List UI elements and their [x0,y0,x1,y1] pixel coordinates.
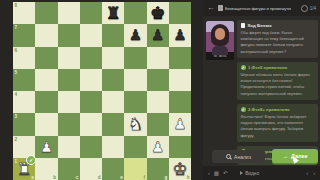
square-c7[interactable] [58,24,80,46]
file-label-f: f [143,175,145,180]
square-b8[interactable] [35,2,57,24]
square-d4[interactable] [80,91,102,113]
white-pawn-b2[interactable]: ♟ [35,136,57,158]
square-g4[interactable] [147,91,169,113]
square-f3[interactable]: ♞ [124,113,146,135]
square-d2[interactable] [80,136,102,158]
avatar-shirt [212,46,228,55]
undo-icon[interactable]: ↶ [223,170,228,176]
lesson-header: ← Беззащитные фигуры и промежуточный ход… [203,0,320,16]
square-e4[interactable] [102,91,124,113]
square-e8[interactable]: ♜ [102,2,124,24]
lesson-sidebar: ← Беззащитные фигуры и промежуточный ход… [203,0,320,180]
square-f4[interactable] [124,91,146,113]
square-f6[interactable] [124,47,146,69]
square-e2[interactable] [102,136,124,158]
rank-label-8: 8 [15,3,18,8]
progress-ring-icon [301,5,308,12]
square-e7[interactable] [102,24,124,46]
square-b3[interactable] [35,113,57,135]
square-g6[interactable] [147,47,169,69]
square-a4[interactable]: 4 [13,91,35,113]
square-g7[interactable]: ♟ [147,24,169,46]
square-d5[interactable] [80,69,102,91]
square-c3[interactable] [58,113,80,135]
bottom-toolbar: ‹ ▦ ↶ Видео ‹ › [203,166,320,180]
square-b6[interactable] [35,47,57,69]
rank-label-3: 3 [15,114,18,119]
black-rook-e8[interactable]: ♜ [102,2,124,24]
square-e3[interactable] [102,113,124,135]
rank-label-7: 7 [15,25,18,30]
video-label: Видео [245,171,259,176]
square-c2[interactable] [58,136,80,158]
feedback-card-2: ✓ 2.Фxe8+ правильно Фантастика! Ферзь бе… [237,104,318,142]
square-h4[interactable] [169,91,191,113]
square-d7[interactable] [80,24,102,46]
black-pawn-g7[interactable]: ♟ [147,24,169,46]
correct-move-2: 2.Фxe8+ правильно [248,107,290,112]
square-f1[interactable]: f [124,158,146,180]
lesson-messages: Ход Белых Оба ферзя под боем. Какая комб… [237,20,318,169]
square-g3[interactable] [147,113,169,135]
square-b1[interactable]: b [35,158,57,180]
square-b5[interactable] [35,69,57,91]
white-knight-f3[interactable]: ♞ [124,113,146,135]
square-a8[interactable]: 8 [13,2,35,24]
black-pawn-f7[interactable]: ♟ [124,24,146,46]
square-c5[interactable] [58,69,80,91]
file-label-d: d [98,175,101,180]
back-icon[interactable]: ← [207,4,215,12]
check-icon: ✓ [241,65,246,70]
correct-move-badge: ✓ [26,155,36,165]
black-pawn-h7[interactable]: ♟ [169,24,191,46]
square-f8[interactable] [124,2,146,24]
square-e1[interactable]: e [102,158,124,180]
square-e6[interactable] [102,47,124,69]
square-g1[interactable]: g [147,158,169,180]
analysis-button[interactable]: Анализ [212,150,265,163]
board-layout-icon[interactable]: ▦ [214,170,219,176]
square-g5[interactable] [147,69,169,91]
black-king-g8[interactable]: ♚ [147,2,169,24]
square-e5[interactable] [102,69,124,91]
square-d1[interactable]: d [80,158,102,180]
correct-move-1: 1.Фxe5 правильно [248,65,287,70]
square-c6[interactable] [58,47,80,69]
chess-board[interactable]: 8♜♚7♟♟♟6543♞♟2♟♟1a♜✓bcdefgh♚ [13,2,191,180]
play-icon [240,171,243,175]
collapse-icon[interactable]: ‹ [208,170,210,176]
square-g2[interactable]: ♟ [147,136,169,158]
feedback-card-1: ✓ 1.Фxe5 правильно Чёрные обязаны взять … [237,62,318,100]
square-a6[interactable]: 6 [13,47,35,69]
square-h2[interactable] [169,136,191,158]
square-c4[interactable] [58,91,80,113]
square-h3[interactable]: ♟ [169,113,191,135]
prompt-text: Оба ферзя под боем. Какая комбинация на … [241,30,315,56]
prompt-title: Ход Белых [248,23,272,28]
check-icon: ✓ [241,107,246,112]
feedback-text-1: Чёрные обязаны взять белого ферзя, иначе… [241,72,315,98]
square-h5[interactable] [169,69,191,91]
square-b4[interactable] [35,91,57,113]
file-label-c: c [76,175,79,180]
square-h7[interactable]: ♟ [169,24,191,46]
file-label-e: e [120,175,123,180]
square-c1[interactable]: c [58,158,80,180]
coach-avatar [206,21,234,52]
video-toggle[interactable]: Видео [240,171,260,176]
avatar-face [215,28,225,40]
lesson-progress: 1/4 [310,6,316,11]
prompt-card: Ход Белых Оба ферзя под боем. Какая комб… [237,20,318,58]
square-d6[interactable] [80,47,102,69]
prev-step-icon[interactable]: ‹ [306,170,308,176]
square-c8[interactable] [58,2,80,24]
square-b7[interactable] [35,24,57,46]
rank-label-2: 2 [15,137,18,142]
next-step-icon[interactable]: › [313,170,315,176]
rank-label-5: 5 [15,70,18,75]
white-pawn-h3[interactable]: ♟ [169,113,191,135]
square-h1[interactable]: h♚ [169,158,191,180]
white-to-move-icon [241,23,246,28]
next-arrow-icon: → [282,153,288,159]
square-h8[interactable] [169,2,191,24]
lesson-screen: 8♜♚7♟♟♟6543♞♟2♟♟1a♜✓bcdefgh♚ ← Беззащитн… [0,0,320,180]
file-label-b: b [53,175,56,180]
rank-label-6: 6 [15,48,18,53]
square-h6[interactable] [169,47,191,69]
square-d8[interactable] [80,2,102,24]
white-pawn-g2[interactable]: ♟ [147,136,169,158]
lesson-book-icon [218,5,223,11]
square-a3[interactable]: 3 [13,113,35,135]
lesson-title: Беззащитные фигуры и промежуточный ход [225,6,291,11]
coach-card: МГ Анна [206,21,234,60]
file-label-g: g [164,175,167,180]
square-a7[interactable]: 7 [13,24,35,46]
square-g8[interactable]: ♚ [147,2,169,24]
analysis-label: Анализ [234,154,251,160]
square-f7[interactable]: ♟ [124,24,146,46]
rank-label-4: 4 [15,92,18,97]
white-king-h1[interactable]: ♚ [169,158,191,180]
square-f2[interactable] [124,136,146,158]
magnifier-icon [226,154,231,159]
square-a5[interactable]: 5 [13,69,35,91]
square-b2[interactable]: ♟ [35,136,57,158]
feedback-text-2: Фантастика! Ферзь белых забирает ладью п… [241,114,315,140]
square-f5[interactable] [124,69,146,91]
square-d3[interactable] [80,113,102,135]
square-a1[interactable]: 1a♜✓ [13,158,35,180]
